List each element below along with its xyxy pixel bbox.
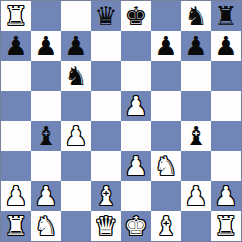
- square-b2[interactable]: ♟: [31, 181, 61, 211]
- square-h1[interactable]: ♜: [211, 211, 241, 241]
- black-queen: ♛: [94, 3, 117, 29]
- square-e6[interactable]: [121, 61, 151, 91]
- black-pawn: ♟: [154, 33, 177, 59]
- square-c5[interactable]: [61, 91, 91, 121]
- square-f1[interactable]: ♝: [151, 211, 181, 241]
- white-pawn: ♟: [34, 183, 57, 209]
- white-rook: ♜: [4, 3, 27, 29]
- square-h2[interactable]: ♟: [211, 181, 241, 211]
- chess-board-widget: ♜♛♚♞♜♟♟♟♟♟♟♞♟♝♟♝♟♞♟♟♝♟♟♜♞♛♚♝♜: [0, 0, 242, 242]
- square-h4[interactable]: [211, 121, 241, 151]
- square-h3[interactable]: [211, 151, 241, 181]
- square-h8[interactable]: ♜: [211, 1, 241, 31]
- square-e7[interactable]: [121, 31, 151, 61]
- black-pawn: ♟: [64, 33, 87, 59]
- black-pawn: ♟: [4, 33, 27, 59]
- square-f7[interactable]: ♟: [151, 31, 181, 61]
- square-c4[interactable]: ♟: [61, 121, 91, 151]
- square-e2[interactable]: [121, 181, 151, 211]
- square-e5[interactable]: ♟: [121, 91, 151, 121]
- square-d3[interactable]: [91, 151, 121, 181]
- white-pawn: ♟: [124, 93, 147, 119]
- square-g6[interactable]: [181, 61, 211, 91]
- square-h5[interactable]: [211, 91, 241, 121]
- square-d1[interactable]: ♛: [91, 211, 121, 241]
- black-knight: ♞: [64, 63, 87, 89]
- white-pawn: ♟: [124, 153, 147, 179]
- square-a6[interactable]: [1, 61, 31, 91]
- square-f2[interactable]: [151, 181, 181, 211]
- square-b8[interactable]: [31, 1, 61, 31]
- square-g3[interactable]: [181, 151, 211, 181]
- square-a1[interactable]: ♜: [1, 211, 31, 241]
- square-c7[interactable]: ♟: [61, 31, 91, 61]
- square-f4[interactable]: [151, 121, 181, 151]
- white-bishop: ♝: [94, 183, 117, 209]
- square-a2[interactable]: ♟: [1, 181, 31, 211]
- square-g1[interactable]: [181, 211, 211, 241]
- square-g8[interactable]: ♞: [181, 1, 211, 31]
- white-rook: ♜: [4, 213, 27, 239]
- square-c8[interactable]: [61, 1, 91, 31]
- square-g5[interactable]: [181, 91, 211, 121]
- square-h6[interactable]: [211, 61, 241, 91]
- black-rook: ♜: [214, 3, 237, 29]
- square-d8[interactable]: ♛: [91, 1, 121, 31]
- square-h7[interactable]: ♟: [211, 31, 241, 61]
- black-pawn: ♟: [34, 33, 57, 59]
- square-b7[interactable]: ♟: [31, 31, 61, 61]
- white-knight: ♞: [154, 153, 177, 179]
- square-c2[interactable]: [61, 181, 91, 211]
- square-c1[interactable]: [61, 211, 91, 241]
- square-a7[interactable]: ♟: [1, 31, 31, 61]
- white-pawn: ♟: [184, 183, 207, 209]
- square-b5[interactable]: [31, 91, 61, 121]
- square-f8[interactable]: [151, 1, 181, 31]
- square-c3[interactable]: [61, 151, 91, 181]
- square-a8[interactable]: ♜: [1, 1, 31, 31]
- square-d5[interactable]: [91, 91, 121, 121]
- chess-board: ♜♛♚♞♜♟♟♟♟♟♟♞♟♝♟♝♟♞♟♟♝♟♟♜♞♛♚♝♜: [0, 0, 242, 242]
- square-c6[interactable]: ♞: [61, 61, 91, 91]
- black-bishop: ♝: [184, 123, 207, 149]
- square-e8[interactable]: ♚: [121, 1, 151, 31]
- square-e4[interactable]: [121, 121, 151, 151]
- square-d6[interactable]: [91, 61, 121, 91]
- square-d7[interactable]: [91, 31, 121, 61]
- square-d4[interactable]: [91, 121, 121, 151]
- white-pawn: ♟: [214, 183, 237, 209]
- square-b1[interactable]: ♞: [31, 211, 61, 241]
- white-queen: ♛: [94, 213, 117, 239]
- square-f6[interactable]: [151, 61, 181, 91]
- square-b3[interactable]: [31, 151, 61, 181]
- black-knight: ♞: [184, 3, 207, 29]
- square-f5[interactable]: [151, 91, 181, 121]
- white-king: ♚: [124, 213, 147, 239]
- square-b4[interactable]: ♝: [31, 121, 61, 151]
- square-a5[interactable]: [1, 91, 31, 121]
- square-g2[interactable]: ♟: [181, 181, 211, 211]
- square-d2[interactable]: ♝: [91, 181, 121, 211]
- square-a4[interactable]: [1, 121, 31, 151]
- square-g4[interactable]: ♝: [181, 121, 211, 151]
- square-e1[interactable]: ♚: [121, 211, 151, 241]
- square-e3[interactable]: ♟: [121, 151, 151, 181]
- black-bishop: ♝: [34, 123, 57, 149]
- white-bishop: ♝: [154, 213, 177, 239]
- black-king: ♚: [124, 3, 147, 29]
- white-knight: ♞: [34, 213, 57, 239]
- white-pawn: ♟: [64, 123, 87, 149]
- square-a3[interactable]: [1, 151, 31, 181]
- square-f3[interactable]: ♞: [151, 151, 181, 181]
- white-rook: ♜: [214, 213, 237, 239]
- square-g7[interactable]: ♟: [181, 31, 211, 61]
- black-pawn: ♟: [214, 33, 237, 59]
- square-b6[interactable]: [31, 61, 61, 91]
- white-pawn: ♟: [4, 183, 27, 209]
- black-pawn: ♟: [184, 33, 207, 59]
